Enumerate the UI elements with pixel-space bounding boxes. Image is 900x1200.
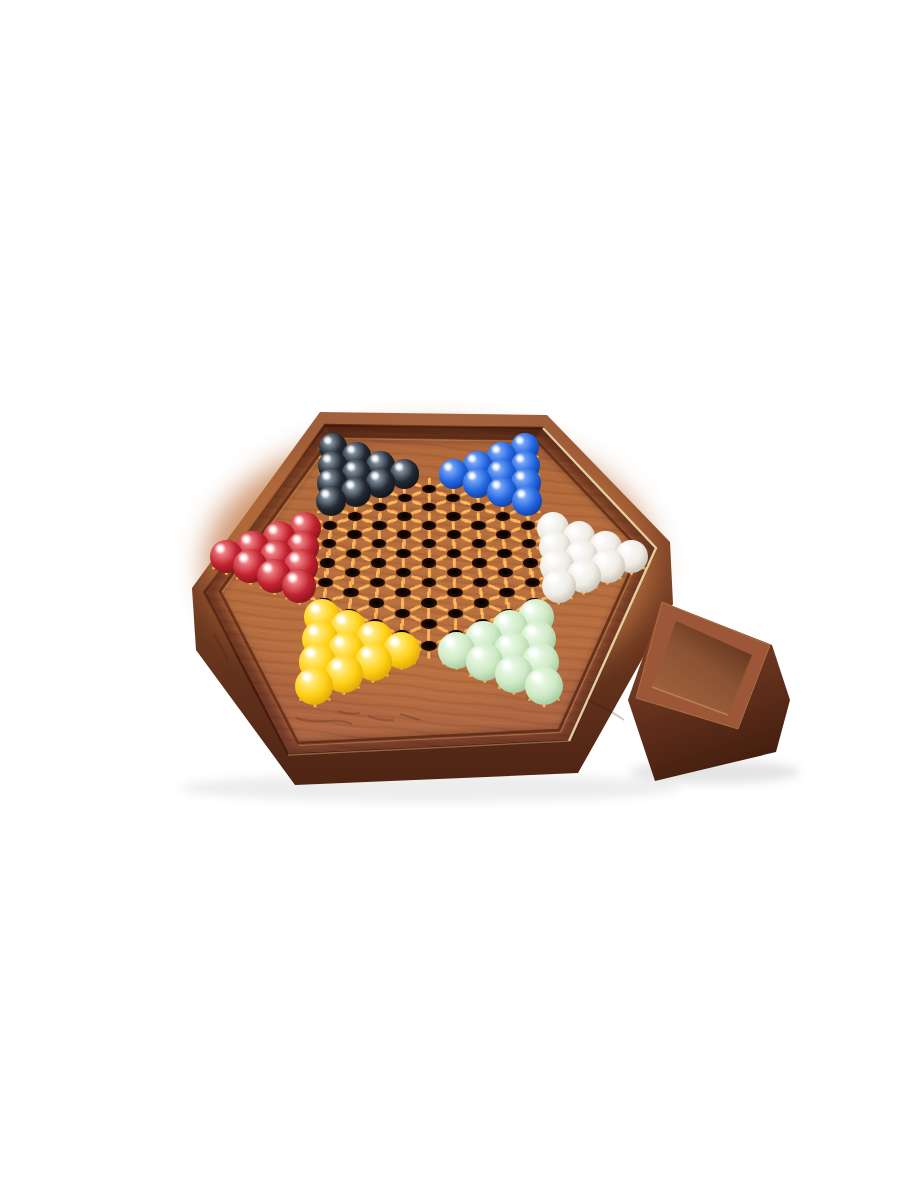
marble-green[interactable] <box>525 667 563 705</box>
hole[interactable] <box>471 521 485 530</box>
board-base <box>0 0 900 1200</box>
hole[interactable] <box>521 521 535 530</box>
hole[interactable] <box>369 598 384 607</box>
hole[interactable] <box>422 521 436 530</box>
hole[interactable] <box>398 494 412 503</box>
storage-drawer[interactable] <box>628 602 800 784</box>
hole[interactable] <box>499 588 514 597</box>
hole[interactable] <box>523 558 538 567</box>
hole[interactable] <box>320 558 335 567</box>
marble-blue[interactable] <box>512 486 543 517</box>
hole[interactable] <box>447 588 462 597</box>
chinese-checkers-product-photo <box>0 0 900 1200</box>
hole[interactable] <box>323 521 337 530</box>
hole[interactable] <box>472 558 487 567</box>
hole[interactable] <box>497 549 512 558</box>
hole[interactable] <box>371 558 386 567</box>
hole[interactable] <box>397 512 411 521</box>
hole[interactable] <box>474 598 489 607</box>
hole[interactable] <box>446 512 460 521</box>
hole[interactable] <box>421 598 436 607</box>
hole[interactable] <box>396 549 411 558</box>
marble-white[interactable] <box>542 569 576 603</box>
hole[interactable] <box>346 549 361 558</box>
hole[interactable] <box>347 530 361 539</box>
hole[interactable] <box>447 530 461 539</box>
hole[interactable] <box>525 578 540 587</box>
marble-red[interactable] <box>282 569 316 603</box>
hole[interactable] <box>422 558 437 567</box>
hole[interactable] <box>343 588 358 597</box>
hole[interactable] <box>496 512 510 521</box>
hole[interactable] <box>348 512 362 521</box>
hole[interactable] <box>496 530 510 539</box>
hole[interactable] <box>395 588 410 597</box>
hole[interactable] <box>421 619 437 629</box>
hole[interactable] <box>372 521 386 530</box>
